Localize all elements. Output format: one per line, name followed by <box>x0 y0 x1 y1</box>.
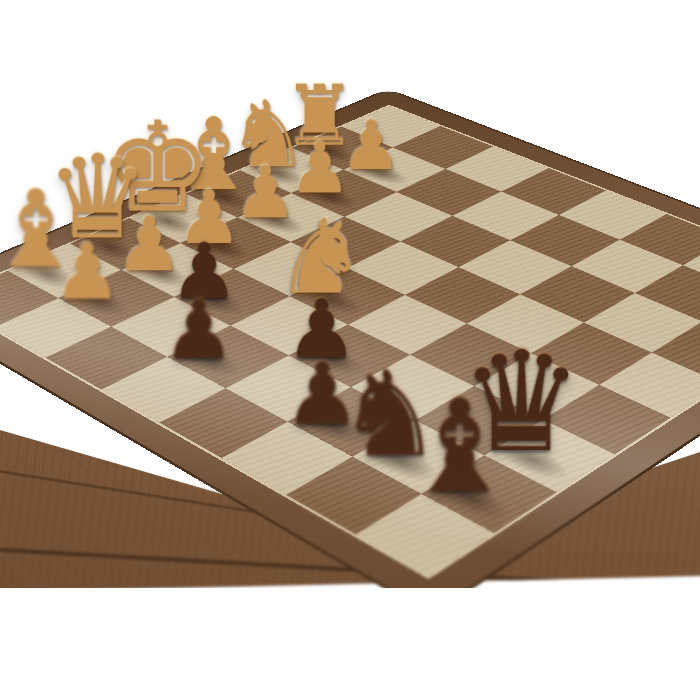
square-a6[interactable]: ♞ <box>240 148 343 193</box>
square-f6[interactable] <box>520 266 635 322</box>
piece-shadow <box>348 159 418 189</box>
white-pawn[interactable]: ♟ <box>289 134 352 204</box>
chess-board: ♜♟♞♟♝♟♚♟♞♛♟♟♟♛♝♟♟♟♞♝ <box>0 90 700 613</box>
square-d8[interactable] <box>501 168 606 215</box>
background-white <box>0 588 700 700</box>
white-bishop[interactable]: ♝ <box>169 105 258 205</box>
square-e7[interactable] <box>510 215 620 266</box>
piece-shadow <box>297 138 365 167</box>
white-pawn[interactable]: ♟ <box>53 234 122 311</box>
square-g8[interactable] <box>683 238 700 292</box>
piece-shadow <box>192 182 262 214</box>
square-b2[interactable]: ♟ <box>59 270 175 327</box>
square-e6[interactable] <box>459 240 571 294</box>
white-pawn[interactable]: ♟ <box>341 111 402 179</box>
black-bishop[interactable]: ♝ <box>402 383 517 511</box>
board-inlay-frame: ♜♟♞♟♝♟♚♟♞♛♟♟♟♛♝♟♟♟♞♝ <box>0 105 700 579</box>
square-c7[interactable] <box>396 169 501 216</box>
piece-shadow <box>246 159 315 189</box>
square-a8[interactable] <box>342 106 440 147</box>
square-d7[interactable] <box>452 191 559 240</box>
black-pawn[interactable]: ♟ <box>162 290 235 371</box>
scene: ♜♟♞♟♝♟♚♟♞♛♟♟♟♛♝♟♟♟♞♝ <box>0 0 700 700</box>
board-positioner: ♜♟♞♟♝♟♚♟♞♛♟♟♟♛♝♟♟♟♞♝ <box>0 90 700 613</box>
white-knight[interactable]: ♞ <box>227 89 309 181</box>
square-e8[interactable] <box>559 190 666 239</box>
square-b7[interactable]: ♟ <box>343 147 446 192</box>
white-rook[interactable]: ♜ <box>282 74 357 158</box>
white-king[interactable]: ♚ <box>101 105 213 230</box>
square-c8[interactable] <box>446 147 548 192</box>
board-grid: ♜♟♞♟♝♟♚♟♞♛♟♟♟♛♝♟♟♟♞♝ <box>0 106 700 576</box>
square-d6[interactable] <box>401 216 511 267</box>
square-b8[interactable] <box>393 126 493 169</box>
square-f7[interactable] <box>571 239 683 293</box>
square-a7[interactable]: ♜ <box>292 127 393 170</box>
square-f8[interactable] <box>620 214 700 265</box>
